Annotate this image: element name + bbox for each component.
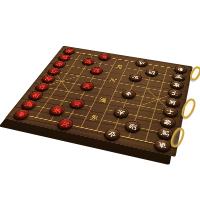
piece-red: 兵 xyxy=(97,53,112,61)
piece-red: 兵 xyxy=(68,98,86,109)
piece-black: 卒 xyxy=(121,89,138,100)
piece-red: 兵 xyxy=(89,66,105,75)
piece-red: 炮 xyxy=(81,58,96,66)
product-photo: 楚河漢界 車馬相仕帥仕相馬車炮炮兵兵兵兵兵卒卒卒卒卒砲砲車馬象士將士象馬車 xyxy=(0,0,200,200)
piece-black: 卒 xyxy=(128,73,143,82)
piece-red: 兵 xyxy=(79,81,96,91)
piece-black: 砲 xyxy=(144,68,159,77)
piece-red: 兵 xyxy=(56,117,76,130)
piece-black: 卒 xyxy=(103,127,122,141)
piece-red: 炮 xyxy=(48,105,67,117)
piece-black: 卒 xyxy=(134,59,148,67)
piece-black: 卒 xyxy=(112,107,130,119)
piece-black: 砲 xyxy=(123,120,142,133)
pieces-layer: 車馬相仕帥仕相馬車炮炮兵兵兵兵兵卒卒卒卒卒砲砲車馬象士將士象馬車 xyxy=(11,47,188,153)
